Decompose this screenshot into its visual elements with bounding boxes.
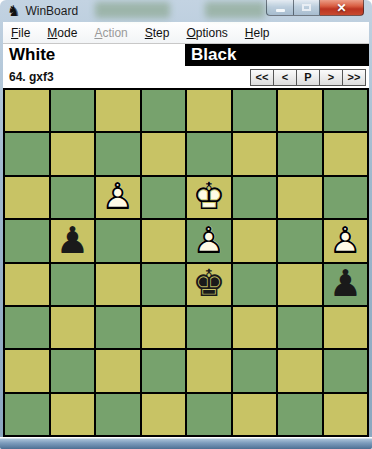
- white-king-outline: ♔: [192, 178, 225, 215]
- back-button[interactable]: <: [273, 69, 297, 86]
- menu-item-options[interactable]: Options: [186, 26, 227, 40]
- square-d7[interactable]: [142, 133, 186, 174]
- navigation-toolbar: <<<P>>>: [251, 69, 366, 86]
- chess-board: ♟♙♚♔♟♟♙♟♙♚♟: [3, 88, 369, 437]
- square-c2[interactable]: [96, 350, 140, 391]
- square-c5[interactable]: [96, 220, 140, 261]
- square-a3[interactable]: [5, 307, 49, 348]
- square-e1[interactable]: [187, 394, 231, 435]
- square-c6[interactable]: ♟♙: [96, 177, 140, 218]
- square-d4[interactable]: [142, 264, 186, 305]
- square-c4[interactable]: [96, 264, 140, 305]
- minimize-button[interactable]: [266, 0, 294, 16]
- square-b3[interactable]: [51, 307, 95, 348]
- square-g8[interactable]: [278, 90, 322, 131]
- square-g5[interactable]: [278, 220, 322, 261]
- black-king-glyph: ♚: [192, 265, 225, 302]
- square-c8[interactable]: [96, 90, 140, 131]
- square-e5[interactable]: ♟♙: [187, 220, 231, 261]
- square-h5[interactable]: ♟♙: [324, 220, 368, 261]
- square-f1[interactable]: [233, 394, 277, 435]
- square-g6[interactable]: [278, 177, 322, 218]
- window-body: FileModeActionStepOptionsHelp White Blac…: [3, 22, 369, 437]
- square-b1[interactable]: [51, 394, 95, 435]
- square-d2[interactable]: [142, 350, 186, 391]
- square-f3[interactable]: [233, 307, 277, 348]
- square-f7[interactable]: [233, 133, 277, 174]
- last-move-text: 64. gxf3: [9, 70, 54, 84]
- square-a5[interactable]: [5, 220, 49, 261]
- black-pawn[interactable]: ♟: [51, 220, 95, 261]
- pause-button[interactable]: P: [296, 69, 320, 86]
- menu-item-action[interactable]: Action: [94, 26, 127, 40]
- knight-icon: ♞: [7, 4, 20, 19]
- square-f5[interactable]: [233, 220, 277, 261]
- square-e7[interactable]: [187, 133, 231, 174]
- black-pawn-glyph: ♟: [56, 222, 89, 259]
- square-a4[interactable]: [5, 264, 49, 305]
- desktop-glass-reflection: [95, 2, 170, 18]
- white-player-label: White: [3, 44, 185, 66]
- menu-item-file[interactable]: File: [11, 26, 30, 40]
- square-g3[interactable]: [278, 307, 322, 348]
- square-d6[interactable]: [142, 177, 186, 218]
- white-pawn[interactable]: ♟♙: [187, 220, 231, 261]
- close-button[interactable]: ✕: [320, 0, 364, 16]
- close-icon: ✕: [336, 2, 346, 14]
- black-king[interactable]: ♚: [187, 264, 231, 305]
- minimize-icon: [276, 9, 285, 12]
- square-f6[interactable]: [233, 177, 277, 218]
- window-bottom-frame: [0, 437, 372, 449]
- square-e3[interactable]: [187, 307, 231, 348]
- square-c7[interactable]: [96, 133, 140, 174]
- square-h1[interactable]: [324, 394, 368, 435]
- square-c1[interactable]: [96, 394, 140, 435]
- square-h3[interactable]: [324, 307, 368, 348]
- square-g1[interactable]: [278, 394, 322, 435]
- black-pawn[interactable]: ♟: [324, 264, 368, 305]
- square-d1[interactable]: [142, 394, 186, 435]
- square-d5[interactable]: [142, 220, 186, 261]
- square-h4[interactable]: ♟: [324, 264, 368, 305]
- desktop-glass-reflection: [205, 2, 265, 18]
- square-b5[interactable]: ♟: [51, 220, 95, 261]
- square-d3[interactable]: [142, 307, 186, 348]
- menu-item-step[interactable]: Step: [145, 26, 170, 40]
- white-king[interactable]: ♚♔: [187, 177, 231, 218]
- square-f4[interactable]: [233, 264, 277, 305]
- white-pawn[interactable]: ♟♙: [96, 177, 140, 218]
- square-a1[interactable]: [5, 394, 49, 435]
- white-pawn-outline: ♙: [192, 222, 225, 259]
- square-e8[interactable]: [187, 90, 231, 131]
- back-to-start-button[interactable]: <<: [250, 69, 274, 86]
- window-controls: ✕: [266, 0, 364, 16]
- square-a2[interactable]: [5, 350, 49, 391]
- maximize-icon: [302, 4, 311, 11]
- square-d8[interactable]: [142, 90, 186, 131]
- square-h6[interactable]: [324, 177, 368, 218]
- black-pawn-glyph: ♟: [329, 265, 362, 302]
- square-f8[interactable]: [233, 90, 277, 131]
- status-row: 64. gxf3 <<<P>>>: [3, 66, 369, 88]
- square-a8[interactable]: [5, 90, 49, 131]
- white-pawn[interactable]: ♟♙: [324, 220, 368, 261]
- square-f2[interactable]: [233, 350, 277, 391]
- square-b8[interactable]: [51, 90, 95, 131]
- window-title: WinBoard: [25, 4, 78, 18]
- menu-item-mode[interactable]: Mode: [47, 26, 77, 40]
- player-names-row: White Black: [3, 44, 369, 66]
- square-g4[interactable]: [278, 264, 322, 305]
- forward-to-end-button[interactable]: >>: [342, 69, 366, 86]
- maximize-button[interactable]: [294, 0, 320, 16]
- square-h8[interactable]: [324, 90, 368, 131]
- square-b7[interactable]: [51, 133, 95, 174]
- black-player-label: Black: [185, 44, 369, 66]
- square-e4[interactable]: ♚: [187, 264, 231, 305]
- square-e6[interactable]: ♚♔: [187, 177, 231, 218]
- square-g7[interactable]: [278, 133, 322, 174]
- winboard-window: ♞ WinBoard ✕ FileModeActionStepOptionsHe…: [0, 0, 372, 449]
- square-e2[interactable]: [187, 350, 231, 391]
- square-b6[interactable]: [51, 177, 95, 218]
- white-pawn-outline: ♙: [101, 178, 134, 215]
- square-c3[interactable]: [96, 307, 140, 348]
- square-g2[interactable]: [278, 350, 322, 391]
- square-a7[interactable]: [5, 133, 49, 174]
- menu-item-help[interactable]: Help: [245, 26, 270, 40]
- square-h7[interactable]: [324, 133, 368, 174]
- white-pawn-outline: ♙: [329, 222, 362, 259]
- square-a6[interactable]: [5, 177, 49, 218]
- title-bar[interactable]: ♞ WinBoard ✕: [0, 0, 372, 22]
- square-b4[interactable]: [51, 264, 95, 305]
- forward-button[interactable]: >: [319, 69, 343, 86]
- square-b2[interactable]: [51, 350, 95, 391]
- menu-bar: FileModeActionStepOptionsHelp: [3, 22, 369, 44]
- square-h2[interactable]: [324, 350, 368, 391]
